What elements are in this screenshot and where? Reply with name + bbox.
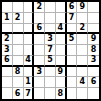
empty-cell-r1c2[interactable] bbox=[13, 2, 24, 13]
empty-cell-r4c8[interactable] bbox=[77, 34, 88, 45]
empty-cell-r3c9[interactable] bbox=[88, 24, 99, 35]
empty-cell-r3c1[interactable] bbox=[2, 24, 13, 35]
given-digit-r6c9: 3 bbox=[88, 56, 99, 67]
empty-cell-r6c4[interactable] bbox=[34, 56, 45, 67]
empty-cell-r7c9[interactable] bbox=[88, 67, 99, 78]
given-digit-r2c7: 7 bbox=[67, 13, 78, 24]
empty-cell-r9c4[interactable] bbox=[34, 88, 45, 99]
empty-cell-r9c9[interactable] bbox=[88, 88, 99, 99]
sudoku-board: 26912764223593786453839146678 bbox=[0, 0, 101, 101]
empty-cell-r8c7[interactable] bbox=[67, 77, 78, 88]
given-digit-r8c9: 6 bbox=[88, 77, 99, 88]
given-digit-r4c9: 9 bbox=[88, 34, 99, 45]
given-digit-r6c5: 5 bbox=[45, 56, 56, 67]
given-digit-r5c9: 8 bbox=[88, 45, 99, 56]
empty-cell-r7c5[interactable] bbox=[45, 67, 56, 78]
empty-cell-r1c9[interactable] bbox=[88, 2, 99, 13]
empty-cell-r5c6[interactable] bbox=[56, 45, 67, 56]
given-digit-r6c1: 6 bbox=[2, 56, 13, 67]
empty-cell-r1c6[interactable] bbox=[56, 2, 67, 13]
empty-cell-r5c8[interactable] bbox=[77, 45, 88, 56]
given-digit-r9c3: 7 bbox=[24, 88, 35, 99]
empty-cell-r6c2[interactable] bbox=[13, 56, 24, 67]
empty-cell-r1c5[interactable] bbox=[45, 2, 56, 13]
empty-cell-r5c4[interactable] bbox=[34, 45, 45, 56]
empty-cell-r1c1[interactable] bbox=[2, 2, 13, 13]
given-digit-r5c5: 7 bbox=[45, 45, 56, 56]
empty-cell-r8c6[interactable] bbox=[56, 77, 67, 88]
empty-cell-r4c6[interactable] bbox=[56, 34, 67, 45]
empty-cell-r6c8[interactable] bbox=[77, 56, 88, 67]
given-digit-r7c2: 8 bbox=[13, 67, 24, 78]
given-digit-r3c8: 2 bbox=[77, 24, 88, 35]
empty-cell-r3c2[interactable] bbox=[13, 24, 24, 35]
empty-cell-r7c7[interactable] bbox=[67, 67, 78, 78]
empty-cell-r5c2[interactable] bbox=[13, 45, 24, 56]
given-digit-r8c3: 1 bbox=[24, 77, 35, 88]
given-digit-r9c2: 6 bbox=[13, 88, 24, 99]
empty-cell-r7c1[interactable] bbox=[2, 67, 13, 78]
empty-cell-r4c3[interactable] bbox=[24, 34, 35, 45]
empty-cell-r4c2[interactable] bbox=[13, 34, 24, 45]
empty-cell-r2c9[interactable] bbox=[88, 13, 99, 24]
given-digit-r1c7: 6 bbox=[67, 2, 78, 13]
empty-cell-r2c6[interactable] bbox=[56, 13, 67, 24]
empty-cell-r9c5[interactable] bbox=[45, 88, 56, 99]
empty-cell-r2c4[interactable] bbox=[34, 13, 45, 24]
empty-cell-r3c7[interactable] bbox=[67, 24, 78, 35]
given-digit-r3c4: 6 bbox=[34, 24, 45, 35]
given-digit-r5c1: 3 bbox=[2, 45, 13, 56]
given-digit-r9c6: 8 bbox=[56, 88, 67, 99]
given-digit-r3c6: 4 bbox=[56, 24, 67, 35]
empty-cell-r4c4[interactable] bbox=[34, 34, 45, 45]
given-digit-r1c4: 2 bbox=[34, 2, 45, 13]
empty-cell-r8c1[interactable] bbox=[2, 77, 13, 88]
given-digit-r2c1: 1 bbox=[2, 13, 13, 24]
empty-cell-r9c1[interactable] bbox=[2, 88, 13, 99]
empty-cell-r5c3[interactable] bbox=[24, 45, 35, 56]
given-digit-r2c2: 2 bbox=[13, 13, 24, 24]
empty-cell-r1c3[interactable] bbox=[24, 2, 35, 13]
empty-cell-r6c7[interactable] bbox=[67, 56, 78, 67]
empty-cell-r8c4[interactable] bbox=[34, 77, 45, 88]
empty-cell-r3c5[interactable] bbox=[45, 24, 56, 35]
empty-cell-r2c8[interactable] bbox=[77, 13, 88, 24]
empty-cell-r3c3[interactable] bbox=[24, 24, 35, 35]
given-digit-r6c3: 4 bbox=[24, 56, 35, 67]
given-digit-r8c8: 4 bbox=[77, 77, 88, 88]
given-digit-r4c1: 2 bbox=[2, 34, 13, 45]
empty-cell-r2c5[interactable] bbox=[45, 13, 56, 24]
given-digit-r7c4: 3 bbox=[34, 67, 45, 78]
empty-cell-r9c8[interactable] bbox=[77, 88, 88, 99]
empty-cell-r2c3[interactable] bbox=[24, 13, 35, 24]
given-digit-r4c5: 3 bbox=[45, 34, 56, 45]
given-digit-r4c7: 5 bbox=[67, 34, 78, 45]
empty-cell-r9c7[interactable] bbox=[67, 88, 78, 99]
empty-cell-r7c3[interactable] bbox=[24, 67, 35, 78]
given-digit-r1c8: 9 bbox=[77, 2, 88, 13]
empty-cell-r5c7[interactable] bbox=[67, 45, 78, 56]
given-digit-r7c6: 9 bbox=[56, 67, 67, 78]
empty-cell-r7c8[interactable] bbox=[77, 67, 88, 78]
empty-cell-r8c5[interactable] bbox=[45, 77, 56, 88]
empty-cell-r6c6[interactable] bbox=[56, 56, 67, 67]
empty-cell-r8c2[interactable] bbox=[13, 77, 24, 88]
